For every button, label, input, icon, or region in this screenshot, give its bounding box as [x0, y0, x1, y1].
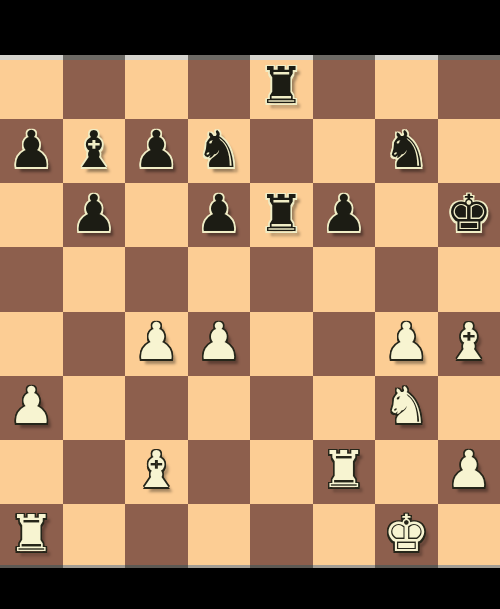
square-b8[interactable]	[63, 55, 126, 119]
square-f8[interactable]	[313, 55, 376, 119]
square-a2[interactable]	[0, 440, 63, 504]
square-d1[interactable]	[188, 504, 251, 568]
piece-white-rook[interactable]: ♜	[8, 508, 54, 559]
square-e8[interactable]: ♜	[250, 55, 313, 119]
piece-white-knight[interactable]: ♞	[383, 380, 429, 431]
square-g5[interactable]	[375, 247, 438, 311]
top-black-bar	[0, 0, 500, 55]
board: ♜♟♝♟♞♞♟♟♜♟♚♟♟♟♝♟♞♝♜♟♜♚	[0, 55, 500, 568]
square-g2[interactable]	[375, 440, 438, 504]
square-f5[interactable]	[313, 247, 376, 311]
piece-black-knight[interactable]: ♞	[196, 124, 242, 175]
square-h7[interactable]	[438, 119, 500, 183]
square-h8[interactable]	[438, 55, 500, 119]
square-a1[interactable]: ♜	[0, 504, 63, 568]
piece-white-pawn[interactable]: ♟	[196, 316, 242, 367]
square-c6[interactable]	[125, 183, 188, 247]
square-g3[interactable]: ♞	[375, 376, 438, 440]
square-d5[interactable]	[188, 247, 251, 311]
square-h4[interactable]: ♝	[438, 312, 500, 376]
piece-black-pawn[interactable]: ♟	[71, 188, 117, 239]
square-h1[interactable]	[438, 504, 500, 568]
square-d6[interactable]: ♟	[188, 183, 251, 247]
piece-white-pawn[interactable]: ♟	[133, 316, 179, 367]
square-c7[interactable]: ♟	[125, 119, 188, 183]
piece-white-bishop[interactable]: ♝	[446, 316, 492, 367]
piece-black-rook[interactable]: ♜	[258, 60, 304, 111]
square-c2[interactable]: ♝	[125, 440, 188, 504]
piece-white-bishop[interactable]: ♝	[133, 444, 179, 495]
square-f2[interactable]: ♜	[313, 440, 376, 504]
square-a5[interactable]	[0, 247, 63, 311]
square-h3[interactable]	[438, 376, 500, 440]
square-g8[interactable]	[375, 55, 438, 119]
square-a3[interactable]: ♟	[0, 376, 63, 440]
square-b7[interactable]: ♝	[63, 119, 126, 183]
square-b1[interactable]	[63, 504, 126, 568]
piece-white-pawn[interactable]: ♟	[446, 444, 492, 495]
square-g6[interactable]	[375, 183, 438, 247]
square-b4[interactable]	[63, 312, 126, 376]
square-c1[interactable]	[125, 504, 188, 568]
square-d7[interactable]: ♞	[188, 119, 251, 183]
square-h2[interactable]: ♟	[438, 440, 500, 504]
bottom-black-bar	[0, 568, 500, 609]
square-b3[interactable]	[63, 376, 126, 440]
piece-black-rook[interactable]: ♜	[258, 188, 304, 239]
square-e2[interactable]	[250, 440, 313, 504]
piece-black-bishop[interactable]: ♝	[71, 124, 117, 175]
piece-black-pawn[interactable]: ♟	[133, 124, 179, 175]
square-e7[interactable]	[250, 119, 313, 183]
square-g1[interactable]: ♚	[375, 504, 438, 568]
square-g4[interactable]: ♟	[375, 312, 438, 376]
piece-white-pawn[interactable]: ♟	[383, 316, 429, 367]
piece-white-king[interactable]: ♚	[383, 508, 429, 559]
piece-black-pawn[interactable]: ♟	[196, 188, 242, 239]
square-a4[interactable]	[0, 312, 63, 376]
square-b5[interactable]	[63, 247, 126, 311]
square-f3[interactable]	[313, 376, 376, 440]
square-h5[interactable]	[438, 247, 500, 311]
square-a8[interactable]	[0, 55, 63, 119]
piece-black-pawn[interactable]: ♟	[321, 188, 367, 239]
square-e5[interactable]	[250, 247, 313, 311]
piece-black-king[interactable]: ♚	[446, 188, 492, 239]
piece-white-pawn[interactable]: ♟	[8, 380, 54, 431]
square-e1[interactable]	[250, 504, 313, 568]
square-e4[interactable]	[250, 312, 313, 376]
square-c5[interactable]	[125, 247, 188, 311]
square-c8[interactable]	[125, 55, 188, 119]
square-b6[interactable]: ♟	[63, 183, 126, 247]
square-c3[interactable]	[125, 376, 188, 440]
chess-app-window: ♜♟♝♟♞♞♟♟♜♟♚♟♟♟♝♟♞♝♜♟♜♚	[0, 0, 500, 609]
square-g7[interactable]: ♞	[375, 119, 438, 183]
square-d3[interactable]	[188, 376, 251, 440]
square-f6[interactable]: ♟	[313, 183, 376, 247]
square-h6[interactable]: ♚	[438, 183, 500, 247]
square-f1[interactable]	[313, 504, 376, 568]
piece-white-rook[interactable]: ♜	[321, 444, 367, 495]
square-a6[interactable]	[0, 183, 63, 247]
square-c4[interactable]: ♟	[125, 312, 188, 376]
square-a7[interactable]: ♟	[0, 119, 63, 183]
piece-black-knight[interactable]: ♞	[383, 124, 429, 175]
square-e6[interactable]: ♜	[250, 183, 313, 247]
square-f7[interactable]	[313, 119, 376, 183]
square-b2[interactable]	[63, 440, 126, 504]
square-e3[interactable]	[250, 376, 313, 440]
square-d4[interactable]: ♟	[188, 312, 251, 376]
square-f4[interactable]	[313, 312, 376, 376]
piece-black-pawn[interactable]: ♟	[8, 124, 54, 175]
square-d2[interactable]	[188, 440, 251, 504]
square-d8[interactable]	[188, 55, 251, 119]
